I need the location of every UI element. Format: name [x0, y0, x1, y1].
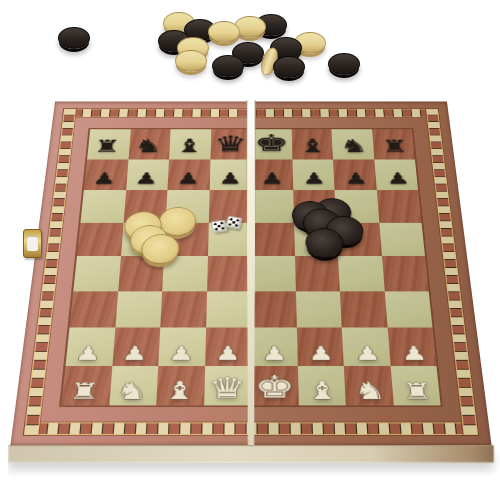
black-pawn-e7[interactable]: ♟	[251, 158, 293, 189]
black-pawn-d7[interactable]: ♟	[209, 158, 251, 189]
square-g2[interactable]	[342, 328, 390, 366]
square-b1[interactable]	[109, 366, 158, 406]
square-a3[interactable]	[70, 291, 118, 328]
black-queen-d8[interactable]: ♛	[210, 128, 251, 158]
square-e2[interactable]	[251, 328, 297, 366]
square-c2[interactable]	[158, 328, 205, 366]
square-b2[interactable]	[112, 328, 160, 366]
square-b4[interactable]	[118, 256, 164, 291]
square-h3[interactable]	[384, 291, 432, 328]
black-pawn-f7[interactable]: ♟	[292, 158, 335, 189]
square-g3[interactable]	[340, 291, 387, 328]
black-rook-glyph: ♜	[374, 138, 417, 155]
black-pawn-glyph: ♟	[209, 171, 251, 186]
square-g1[interactable]	[344, 366, 393, 406]
square-e1[interactable]	[251, 366, 298, 406]
chessboard: ♜♞♝♛♚♝♞♜♟♟♟♟♟♟♟♟♟♟♟♟♟♟♟♟♜♞♝♛♚♝♞♜	[10, 102, 491, 446]
black-rook-a8[interactable]: ♜	[85, 128, 129, 158]
square-d4[interactable]	[207, 256, 251, 291]
board-front-edge	[8, 445, 493, 463]
black-pawn-a7[interactable]: ♟	[82, 158, 127, 189]
black-queen-glyph: ♛	[210, 133, 251, 155]
square-g4[interactable]	[338, 256, 384, 291]
die-2[interactable]	[225, 216, 243, 229]
black-pawn-glyph: ♟	[125, 171, 168, 186]
square-a5[interactable]	[77, 222, 123, 256]
black-pawn-g7[interactable]: ♟	[334, 158, 378, 189]
square-e4[interactable]	[251, 256, 295, 291]
square-f1[interactable]	[297, 366, 345, 406]
square-a6[interactable]	[81, 190, 126, 222]
black-pawn-h7[interactable]: ♟	[375, 158, 420, 189]
square-h1[interactable]	[390, 366, 441, 406]
square-f4[interactable]	[295, 256, 340, 291]
square-c1[interactable]	[156, 366, 204, 406]
black-bishop-f8[interactable]: ♝	[292, 128, 334, 158]
square-h4[interactable]	[382, 256, 429, 291]
square-c3[interactable]	[160, 291, 206, 328]
black-king-glyph: ♚	[251, 132, 292, 155]
square-a4[interactable]	[73, 256, 120, 291]
brass-clasp[interactable]	[23, 229, 42, 258]
square-h6[interactable]	[376, 190, 421, 222]
square-d2[interactable]	[205, 328, 251, 366]
board-perspective-wrapper: ♜♞♝♛♚♝♞♜♟♟♟♟♟♟♟♟♟♟♟♟♟♟♟♟♜♞♝♛♚♝♞♜	[35, 40, 467, 472]
square-c4[interactable]	[162, 256, 207, 291]
square-h5[interactable]	[379, 222, 425, 256]
black-knight-glyph: ♞	[333, 137, 375, 155]
square-f3[interactable]	[295, 291, 341, 328]
square-a2[interactable]	[66, 328, 115, 366]
square-f2[interactable]	[296, 328, 343, 366]
square-e5[interactable]	[251, 222, 295, 256]
dark-checker-on-board[interactable]	[305, 228, 344, 257]
black-king-e8[interactable]: ♚	[251, 128, 292, 158]
square-d3[interactable]	[206, 291, 251, 328]
black-pawn-glyph: ♟	[334, 171, 377, 186]
black-knight-g8[interactable]: ♞	[332, 128, 375, 158]
black-pawn-glyph: ♟	[82, 171, 125, 186]
black-pawn-glyph: ♟	[376, 171, 419, 186]
black-pawn-c7[interactable]: ♟	[167, 158, 210, 189]
square-e3[interactable]	[251, 291, 296, 328]
black-rook-glyph: ♜	[86, 138, 129, 155]
board-photo-scene: ♜♞♝♛♚♝♞♜♟♟♟♟♟♟♟♟♟♟♟♟♟♟♟♟♜♞♝♛♚♝♞♜	[0, 0, 500, 500]
black-knight-b8[interactable]: ♞	[127, 128, 170, 158]
black-bishop-c8[interactable]: ♝	[168, 128, 210, 158]
square-e6[interactable]	[251, 190, 294, 222]
black-pawn-glyph: ♟	[251, 171, 293, 186]
black-rook-h8[interactable]: ♜	[373, 128, 417, 158]
square-a1[interactable]	[61, 366, 112, 406]
square-h2[interactable]	[387, 328, 436, 366]
square-b3[interactable]	[115, 291, 162, 328]
black-bishop-glyph: ♝	[168, 136, 210, 154]
black-pawn-glyph: ♟	[293, 171, 336, 186]
black-knight-glyph: ♞	[127, 137, 169, 155]
square-d1[interactable]	[204, 366, 251, 406]
black-pawn-glyph: ♟	[167, 171, 210, 186]
black-pawn-b7[interactable]: ♟	[124, 158, 168, 189]
black-bishop-glyph: ♝	[292, 136, 334, 154]
